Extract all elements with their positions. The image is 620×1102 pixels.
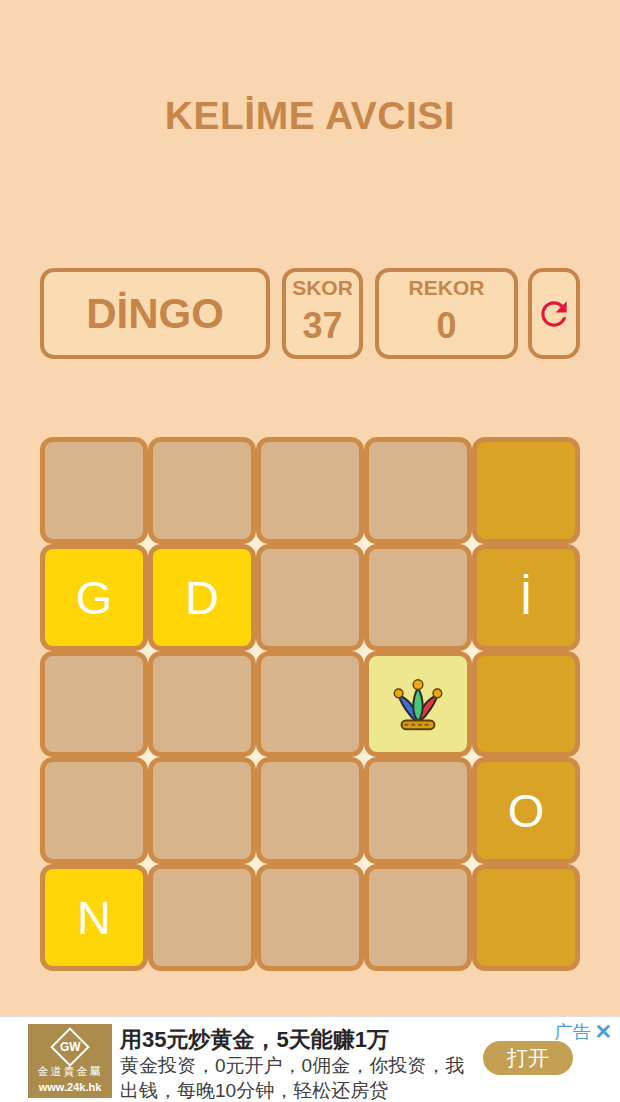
cell-letter: D (185, 574, 219, 621)
board-cell-r3c5[interactable] (472, 651, 580, 758)
ad-advertiser-logo[interactable]: GW 金道貴金屬 www.24k.hk (28, 1024, 112, 1098)
board-cell-r2c1[interactable]: G (40, 544, 148, 651)
page-title: KELİME AVCISI (0, 94, 620, 138)
refresh-button[interactable] (528, 268, 580, 359)
board-cell-r1c2[interactable] (148, 437, 256, 544)
cell-letter: O (508, 787, 545, 834)
board-cell-r5c1[interactable]: N (40, 864, 148, 971)
ad-headline[interactable]: 用35元炒黄金，5天能赚1万 (120, 1025, 480, 1055)
board-cell-r4c3[interactable] (256, 757, 364, 864)
record-label: REKOR (409, 276, 485, 300)
current-word: DİNGO (86, 290, 224, 338)
current-word-box: DİNGO (40, 268, 270, 359)
ad-open-button[interactable]: 打开 (483, 1041, 573, 1075)
board-cell-r4c5[interactable]: O (472, 757, 580, 864)
ad-logo-monogram: GW (60, 1040, 81, 1054)
board-cell-r4c1[interactable] (40, 757, 148, 864)
cell-letter: İ (519, 574, 532, 621)
board-cell-r2c3[interactable] (256, 544, 364, 651)
board-cell-r5c4[interactable] (364, 864, 472, 971)
ad-close-icon[interactable]: ✕ (594, 1022, 612, 1042)
board-cell-r3c3[interactable] (256, 651, 364, 758)
board-cell-r5c3[interactable] (256, 864, 364, 971)
board-grid: G D İ (40, 437, 580, 971)
cell-letter: G (76, 574, 113, 621)
board-cell-r2c5[interactable]: İ (472, 544, 580, 651)
board-cell-r3c2[interactable] (148, 651, 256, 758)
board-cell-r4c2[interactable] (148, 757, 256, 864)
ad-description[interactable]: 黄金投资，0元开户，0佣金，你投资，我出钱，每晚10分钟，轻松还房贷 (120, 1053, 476, 1102)
score-label: SKOR (292, 276, 353, 300)
board-cell-r4c4[interactable] (364, 757, 472, 864)
ad-logo-monogram-diamond: GW (50, 1027, 90, 1067)
board-cell-r1c3[interactable] (256, 437, 364, 544)
game-board: G D İ (40, 437, 580, 971)
board-cell-r1c5[interactable] (472, 437, 580, 544)
ad-corner-controls: 广告 ✕ (554, 1020, 612, 1044)
record-box: REKOR 0 (375, 268, 518, 359)
board-cell-r3c1[interactable] (40, 651, 148, 758)
board-cell-r5c2[interactable] (148, 864, 256, 971)
score-box: SKOR 37 (282, 268, 363, 359)
record-value: 0 (436, 304, 456, 348)
board-cell-r1c1[interactable] (40, 437, 148, 544)
board-cell-r2c2[interactable]: D (148, 544, 256, 651)
ad-badge[interactable]: 广告 (554, 1020, 590, 1044)
refresh-icon (535, 295, 573, 333)
ad-logo-site: www.24k.hk (39, 1081, 102, 1093)
ad-banner: GW 金道貴金屬 www.24k.hk 用35元炒黄金，5天能赚1万 黄金投资，… (0, 1016, 620, 1102)
cell-letter: N (77, 894, 111, 941)
board-cell-r5c5[interactable] (472, 864, 580, 971)
joker-icon (387, 673, 449, 735)
score-value: 37 (302, 304, 342, 348)
board-cell-r2c4[interactable] (364, 544, 472, 651)
board-cell-r3c4-joker[interactable] (364, 651, 472, 758)
board-cell-r1c4[interactable] (364, 437, 472, 544)
